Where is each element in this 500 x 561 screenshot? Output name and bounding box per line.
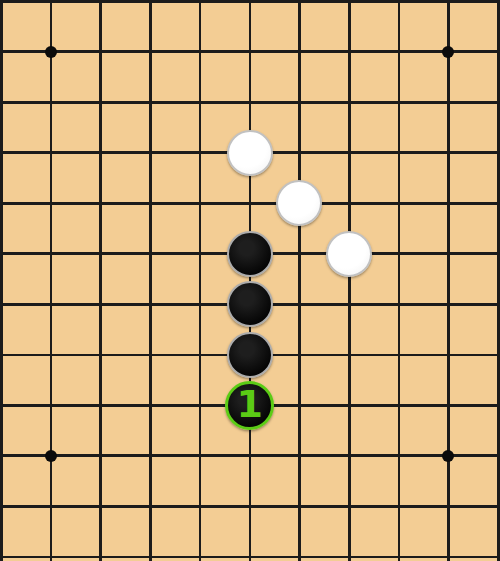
last-move-stone: 1 xyxy=(225,381,274,430)
move-number-label: 1 xyxy=(237,385,263,423)
stone-white xyxy=(227,130,273,176)
stone-white xyxy=(276,180,322,226)
board-grid-overlay: 1 xyxy=(0,0,500,561)
stone-black xyxy=(227,332,273,378)
star-point xyxy=(45,450,57,462)
stone-black xyxy=(227,231,273,277)
star-point xyxy=(442,450,454,462)
go-board[interactable]: 1 xyxy=(0,0,500,561)
star-point xyxy=(442,46,454,58)
stone-black xyxy=(227,281,273,327)
star-point xyxy=(45,46,57,58)
stone-white xyxy=(326,231,372,277)
